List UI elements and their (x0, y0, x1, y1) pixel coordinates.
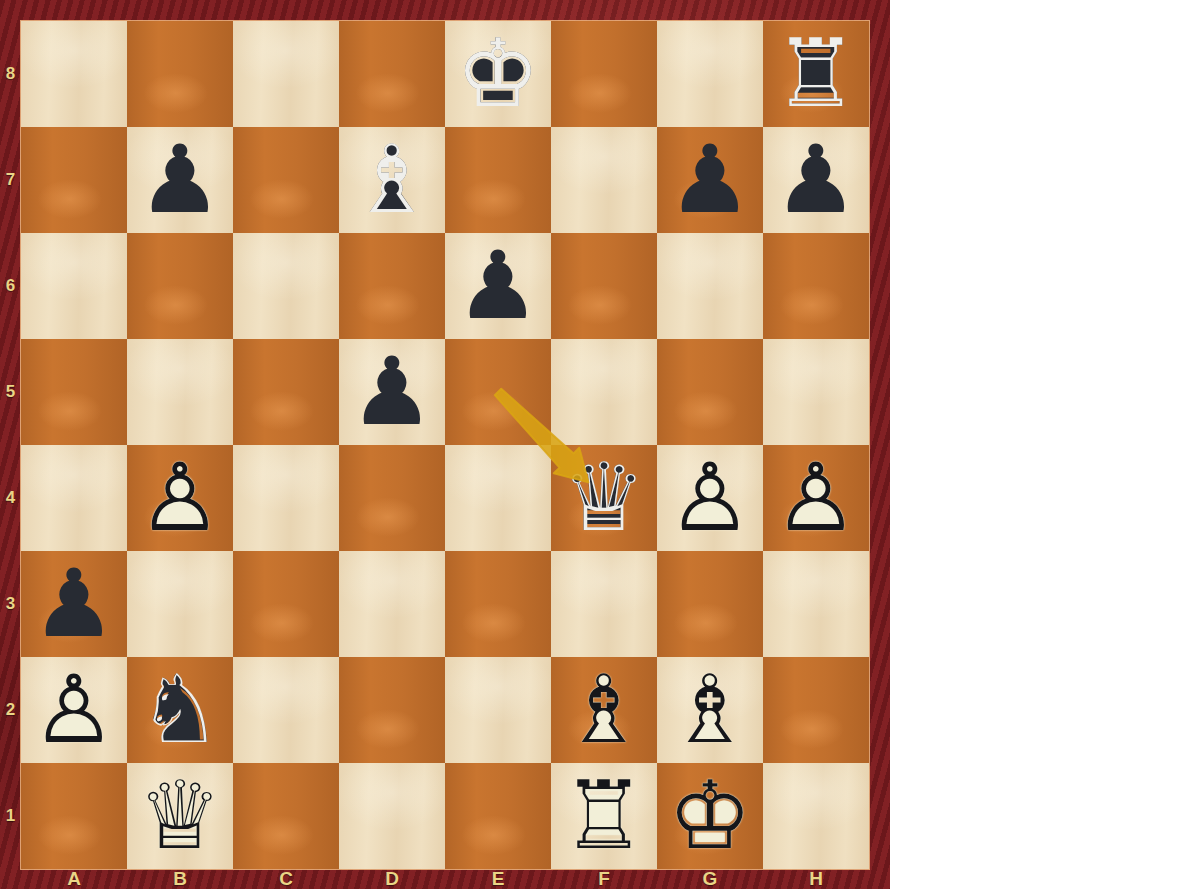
piece-white-pawn-g4[interactable]: ♟♙ (657, 445, 763, 551)
square-e8[interactable]: ♚♔ (445, 21, 551, 127)
square-c5[interactable] (233, 339, 339, 445)
square-a7[interactable] (21, 127, 127, 233)
square-f6[interactable] (551, 233, 657, 339)
square-d3[interactable] (339, 551, 445, 657)
square-c8[interactable] (233, 21, 339, 127)
white-king-outline-glyph: ♔ (657, 763, 763, 869)
file-labels: ABCDEFGH (21, 869, 869, 889)
piece-black-pawn-b7[interactable]: ♟ (127, 127, 233, 233)
rank-label-7: 7 (0, 127, 21, 233)
square-e4[interactable] (445, 445, 551, 551)
chess-board[interactable]: ♚♔♜♖♟♝♗♟♟♟♟♟♙♛♕♟♙♟♙♟♟♙♞♘♝♗♝♗♛♕♜♖♚♔ (21, 21, 869, 869)
square-c7[interactable] (233, 127, 339, 233)
square-h5[interactable] (763, 339, 869, 445)
square-a6[interactable] (21, 233, 127, 339)
square-d2[interactable] (339, 657, 445, 763)
black-bishop-outline-glyph: ♗ (339, 127, 445, 233)
piece-white-bishop-f2[interactable]: ♝♗ (551, 657, 657, 763)
black-pawn-glyph: ♟ (21, 551, 127, 657)
square-e1[interactable] (445, 763, 551, 869)
square-g5[interactable] (657, 339, 763, 445)
square-e6[interactable]: ♟ (445, 233, 551, 339)
piece-white-pawn-a2[interactable]: ♟♙ (21, 657, 127, 763)
square-h1[interactable] (763, 763, 869, 869)
piece-black-pawn-d5[interactable]: ♟ (339, 339, 445, 445)
square-g4[interactable]: ♟♙ (657, 445, 763, 551)
square-f7[interactable] (551, 127, 657, 233)
black-pawn-glyph: ♟ (763, 127, 869, 233)
rank-label-4: 4 (0, 445, 21, 551)
square-g2[interactable]: ♝♗ (657, 657, 763, 763)
piece-white-bishop-g2[interactable]: ♝♗ (657, 657, 763, 763)
white-bishop-outline-glyph: ♗ (657, 657, 763, 763)
square-b5[interactable] (127, 339, 233, 445)
square-f8[interactable] (551, 21, 657, 127)
file-label-a: A (21, 869, 127, 889)
piece-black-pawn-h7[interactable]: ♟ (763, 127, 869, 233)
square-h4[interactable]: ♟♙ (763, 445, 869, 551)
square-g6[interactable] (657, 233, 763, 339)
chess-board-frame: 87654321 ABCDEFGH ♚♔♜♖♟♝♗♟♟♟♟♟♙♛♕♟♙♟♙♟♟♙… (0, 0, 890, 889)
black-queen-outline-glyph: ♕ (551, 445, 657, 551)
square-d8[interactable] (339, 21, 445, 127)
square-c1[interactable] (233, 763, 339, 869)
square-f5[interactable] (551, 339, 657, 445)
white-rook-outline-glyph: ♖ (551, 763, 657, 869)
white-bishop-outline-glyph: ♗ (551, 657, 657, 763)
square-c3[interactable] (233, 551, 339, 657)
white-queen-outline-glyph: ♕ (127, 763, 233, 869)
piece-black-pawn-e6[interactable]: ♟ (445, 233, 551, 339)
square-e2[interactable] (445, 657, 551, 763)
square-f1[interactable]: ♜♖ (551, 763, 657, 869)
rank-labels: 87654321 (0, 21, 21, 869)
square-b3[interactable] (127, 551, 233, 657)
square-a3[interactable]: ♟ (21, 551, 127, 657)
piece-black-queen-f4[interactable]: ♛♕ (551, 445, 657, 551)
file-label-e: E (445, 869, 551, 889)
rank-label-3: 3 (0, 551, 21, 657)
square-c2[interactable] (233, 657, 339, 763)
piece-white-rook-f1[interactable]: ♜♖ (551, 763, 657, 869)
square-f2[interactable]: ♝♗ (551, 657, 657, 763)
file-label-c: C (233, 869, 339, 889)
white-pawn-outline-glyph: ♙ (763, 445, 869, 551)
piece-white-pawn-h4[interactable]: ♟♙ (763, 445, 869, 551)
piece-black-knight-b2[interactable]: ♞♘ (127, 657, 233, 763)
square-g3[interactable] (657, 551, 763, 657)
square-h2[interactable] (763, 657, 869, 763)
square-h6[interactable] (763, 233, 869, 339)
file-label-g: G (657, 869, 763, 889)
square-b8[interactable] (127, 21, 233, 127)
rank-label-8: 8 (0, 21, 21, 127)
black-rook-outline-glyph: ♖ (763, 21, 869, 127)
file-label-b: B (127, 869, 233, 889)
square-g1[interactable]: ♚♔ (657, 763, 763, 869)
square-b2[interactable]: ♞♘ (127, 657, 233, 763)
piece-black-rook-h8[interactable]: ♜♖ (763, 21, 869, 127)
square-f4[interactable]: ♛♕ (551, 445, 657, 551)
square-e5[interactable] (445, 339, 551, 445)
piece-black-pawn-a3[interactable]: ♟ (21, 551, 127, 657)
square-a8[interactable] (21, 21, 127, 127)
square-b6[interactable] (127, 233, 233, 339)
black-pawn-glyph: ♟ (127, 127, 233, 233)
square-d1[interactable] (339, 763, 445, 869)
square-c4[interactable] (233, 445, 339, 551)
square-d6[interactable] (339, 233, 445, 339)
piece-white-pawn-b4[interactable]: ♟♙ (127, 445, 233, 551)
piece-black-bishop-d7[interactable]: ♝♗ (339, 127, 445, 233)
square-d7[interactable]: ♝♗ (339, 127, 445, 233)
square-h3[interactable] (763, 551, 869, 657)
square-g8[interactable] (657, 21, 763, 127)
black-king-outline-glyph: ♔ (445, 21, 551, 127)
piece-white-king-g1[interactable]: ♚♔ (657, 763, 763, 869)
piece-white-queen-b1[interactable]: ♛♕ (127, 763, 233, 869)
black-knight-outline-glyph: ♘ (127, 657, 233, 763)
chess-diagram: 87654321 ABCDEFGH ♚♔♜♖♟♝♗♟♟♟♟♟♙♛♕♟♙♟♙♟♟♙… (0, 0, 1200, 889)
piece-black-pawn-g7[interactable]: ♟ (657, 127, 763, 233)
square-e3[interactable] (445, 551, 551, 657)
white-pawn-outline-glyph: ♙ (127, 445, 233, 551)
square-a4[interactable] (21, 445, 127, 551)
square-a2[interactable]: ♟♙ (21, 657, 127, 763)
square-b1[interactable]: ♛♕ (127, 763, 233, 869)
file-label-f: F (551, 869, 657, 889)
rank-label-2: 2 (0, 657, 21, 763)
file-label-d: D (339, 869, 445, 889)
square-c6[interactable] (233, 233, 339, 339)
square-a5[interactable] (21, 339, 127, 445)
square-e7[interactable] (445, 127, 551, 233)
square-b4[interactable]: ♟♙ (127, 445, 233, 551)
square-d4[interactable] (339, 445, 445, 551)
white-pawn-outline-glyph: ♙ (21, 657, 127, 763)
rank-label-1: 1 (0, 763, 21, 869)
white-pawn-outline-glyph: ♙ (657, 445, 763, 551)
rank-label-5: 5 (0, 339, 21, 445)
square-f3[interactable] (551, 551, 657, 657)
square-b7[interactable]: ♟ (127, 127, 233, 233)
black-pawn-glyph: ♟ (339, 339, 445, 445)
black-pawn-glyph: ♟ (445, 233, 551, 339)
rank-label-6: 6 (0, 233, 21, 339)
square-a1[interactable] (21, 763, 127, 869)
square-d5[interactable]: ♟ (339, 339, 445, 445)
square-h8[interactable]: ♜♖ (763, 21, 869, 127)
piece-black-king-e8[interactable]: ♚♔ (445, 21, 551, 127)
square-g7[interactable]: ♟ (657, 127, 763, 233)
square-h7[interactable]: ♟ (763, 127, 869, 233)
file-label-h: H (763, 869, 869, 889)
black-pawn-glyph: ♟ (657, 127, 763, 233)
